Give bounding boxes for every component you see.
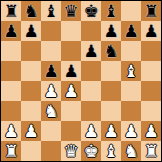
square-g1[interactable]: ♞ — [121, 141, 141, 161]
square-f4[interactable] — [101, 81, 121, 101]
piece-black-pawn: ♟ — [123, 21, 138, 41]
square-c3[interactable]: ♞ — [41, 101, 61, 121]
square-c6[interactable] — [41, 41, 61, 61]
square-a2[interactable]: ♟ — [1, 121, 21, 141]
square-h7[interactable]: ♟ — [141, 21, 161, 41]
piece-black-king: ♚ — [83, 1, 98, 21]
square-g8[interactable] — [121, 1, 141, 21]
square-e1[interactable]: ♚ — [81, 141, 101, 161]
square-e4[interactable] — [81, 81, 101, 101]
square-c7[interactable] — [41, 21, 61, 41]
piece-black-bishop: ♝ — [43, 1, 58, 21]
square-e7[interactable] — [81, 21, 101, 41]
square-h4[interactable] — [141, 81, 161, 101]
square-g4[interactable] — [121, 81, 141, 101]
square-h5[interactable] — [141, 61, 161, 81]
square-b6[interactable] — [21, 41, 41, 61]
piece-white-knight: ♞ — [123, 141, 138, 161]
square-d7[interactable] — [61, 21, 81, 41]
piece-black-pawn: ♟ — [83, 41, 98, 61]
piece-black-pawn: ♟ — [143, 21, 158, 41]
square-a1[interactable]: ♜ — [1, 141, 21, 161]
piece-white-queen: ♛ — [63, 141, 78, 161]
square-f2[interactable]: ♟ — [101, 121, 121, 141]
square-d8[interactable]: ♛ — [61, 1, 81, 21]
piece-black-queen: ♛ — [63, 1, 78, 21]
piece-white-knight: ♞ — [43, 101, 58, 121]
square-h3[interactable] — [141, 101, 161, 121]
square-g5[interactable]: ♝ — [121, 61, 141, 81]
piece-white-bishop: ♝ — [103, 141, 118, 161]
square-f8[interactable]: ♝ — [101, 1, 121, 21]
square-c4[interactable]: ♟ — [41, 81, 61, 101]
square-d5[interactable]: ♟ — [61, 61, 81, 81]
square-g3[interactable] — [121, 101, 141, 121]
square-a6[interactable] — [1, 41, 21, 61]
square-b3[interactable] — [21, 101, 41, 121]
piece-white-pawn: ♟ — [3, 121, 18, 141]
square-c1[interactable] — [41, 141, 61, 161]
square-e8[interactable]: ♚ — [81, 1, 101, 21]
square-f7[interactable]: ♟ — [101, 21, 121, 41]
square-d6[interactable] — [61, 41, 81, 61]
square-e5[interactable] — [81, 61, 101, 81]
square-a7[interactable]: ♟ — [1, 21, 21, 41]
piece-black-bishop: ♝ — [103, 1, 118, 21]
square-e6[interactable]: ♟ — [81, 41, 101, 61]
square-f6[interactable]: ♞ — [101, 41, 121, 61]
square-a8[interactable]: ♜ — [1, 1, 21, 21]
square-d4[interactable]: ♟ — [61, 81, 81, 101]
piece-black-pawn: ♟ — [3, 21, 18, 41]
piece-white-pawn: ♟ — [103, 121, 118, 141]
piece-black-knight: ♞ — [103, 41, 118, 61]
square-d1[interactable]: ♛ — [61, 141, 81, 161]
square-a3[interactable] — [1, 101, 21, 121]
square-b1[interactable] — [21, 141, 41, 161]
square-g6[interactable] — [121, 41, 141, 61]
piece-black-pawn: ♟ — [63, 61, 78, 81]
piece-white-pawn: ♟ — [43, 81, 58, 101]
square-h6[interactable] — [141, 41, 161, 61]
piece-white-pawn: ♟ — [83, 121, 98, 141]
square-h2[interactable]: ♟ — [141, 121, 161, 141]
square-f1[interactable]: ♝ — [101, 141, 121, 161]
piece-black-pawn: ♟ — [23, 21, 38, 41]
square-a5[interactable] — [1, 61, 21, 81]
piece-black-rook: ♜ — [3, 1, 18, 21]
piece-black-knight: ♞ — [23, 1, 38, 21]
square-c5[interactable]: ♟ — [41, 61, 61, 81]
square-c8[interactable]: ♝ — [41, 1, 61, 21]
square-h1[interactable]: ♜ — [141, 141, 161, 161]
square-f5[interactable] — [101, 61, 121, 81]
square-b8[interactable]: ♞ — [21, 1, 41, 21]
piece-white-pawn: ♟ — [143, 121, 158, 141]
square-b5[interactable] — [21, 61, 41, 81]
piece-black-pawn: ♟ — [43, 61, 58, 81]
piece-white-rook: ♜ — [143, 141, 158, 161]
piece-white-pawn: ♟ — [23, 121, 38, 141]
piece-white-king: ♚ — [83, 141, 98, 161]
square-b7[interactable]: ♟ — [21, 21, 41, 41]
square-c2[interactable] — [41, 121, 61, 141]
square-a4[interactable] — [1, 81, 21, 101]
square-h8[interactable]: ♜ — [141, 1, 161, 21]
piece-white-pawn: ♟ — [63, 81, 78, 101]
square-d3[interactable] — [61, 101, 81, 121]
square-g7[interactable]: ♟ — [121, 21, 141, 41]
square-e3[interactable] — [81, 101, 101, 121]
square-g2[interactable]: ♟ — [121, 121, 141, 141]
square-e2[interactable]: ♟ — [81, 121, 101, 141]
square-f3[interactable] — [101, 101, 121, 121]
square-b2[interactable]: ♟ — [21, 121, 41, 141]
piece-white-rook: ♜ — [3, 141, 18, 161]
square-b4[interactable] — [21, 81, 41, 101]
piece-black-rook: ♜ — [143, 1, 158, 21]
square-d2[interactable] — [61, 121, 81, 141]
piece-white-pawn: ♟ — [123, 121, 138, 141]
piece-black-pawn: ♟ — [103, 21, 118, 41]
chess-board: ♜♞♝♛♚♝♜♟♟♟♟♟♟♞♟♟♝♟♟♞♟♟♟♟♟♟♜♛♚♝♞♜ — [0, 0, 162, 162]
piece-white-bishop: ♝ — [123, 61, 138, 81]
